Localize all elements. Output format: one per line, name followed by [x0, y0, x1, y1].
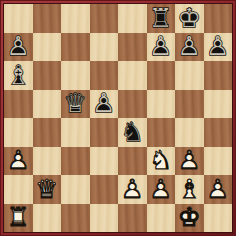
- square-a4[interactable]: [4, 118, 33, 147]
- black-pawn[interactable]: ♟♙: [147, 33, 176, 62]
- square-f7[interactable]: ♟♙: [147, 33, 176, 62]
- square-h5[interactable]: [204, 90, 233, 119]
- square-a3[interactable]: ♟♙: [4, 147, 33, 176]
- square-f1[interactable]: [147, 204, 176, 233]
- piece-outline-glyph: ♙: [4, 33, 33, 62]
- piece-outline-glyph: ♔: [175, 204, 204, 233]
- square-d8[interactable]: [90, 4, 119, 33]
- piece-outline-glyph: ♘: [118, 118, 147, 147]
- square-b8[interactable]: [33, 4, 62, 33]
- square-g4[interactable]: [175, 118, 204, 147]
- chess-board: ♜♖♚♔♟♙♟♙♟♙♟♙♝♗♛♕♟♙♞♘♟♙♞♘♟♙♛♕♟♙♟♙♝♗♟♙♜♖♚♔: [3, 3, 233, 233]
- square-d6[interactable]: [90, 61, 119, 90]
- square-d5[interactable]: ♟♙: [90, 90, 119, 119]
- white-king[interactable]: ♚♔: [175, 204, 204, 233]
- piece-outline-glyph: ♙: [90, 90, 119, 119]
- square-g3[interactable]: ♟♙: [175, 147, 204, 176]
- black-pawn[interactable]: ♟♙: [4, 33, 33, 62]
- square-b4[interactable]: [33, 118, 62, 147]
- square-c8[interactable]: [61, 4, 90, 33]
- square-a5[interactable]: [4, 90, 33, 119]
- square-d4[interactable]: [90, 118, 119, 147]
- square-c2[interactable]: [61, 175, 90, 204]
- black-rook[interactable]: ♜♖: [147, 4, 176, 33]
- square-a6[interactable]: ♝♗: [4, 61, 33, 90]
- square-e8[interactable]: [118, 4, 147, 33]
- piece-outline-glyph: ♖: [147, 4, 176, 33]
- piece-outline-glyph: ♙: [4, 147, 33, 176]
- black-knight[interactable]: ♞♘: [118, 118, 147, 147]
- square-b6[interactable]: [33, 61, 62, 90]
- white-pawn[interactable]: ♟♙: [4, 147, 33, 176]
- piece-outline-glyph: ♗: [175, 175, 204, 204]
- square-f3[interactable]: ♞♘: [147, 147, 176, 176]
- square-a8[interactable]: [4, 4, 33, 33]
- square-f5[interactable]: [147, 90, 176, 119]
- square-c4[interactable]: [61, 118, 90, 147]
- black-queen[interactable]: ♛♕: [61, 90, 90, 119]
- square-g1[interactable]: ♚♔: [175, 204, 204, 233]
- piece-outline-glyph: ♙: [175, 147, 204, 176]
- white-pawn[interactable]: ♟♙: [175, 147, 204, 176]
- square-h1[interactable]: [204, 204, 233, 233]
- piece-outline-glyph: ♕: [33, 175, 62, 204]
- square-c1[interactable]: [61, 204, 90, 233]
- piece-outline-glyph: ♙: [118, 175, 147, 204]
- square-e7[interactable]: [118, 33, 147, 62]
- black-pawn[interactable]: ♟♙: [204, 33, 233, 62]
- white-pawn[interactable]: ♟♙: [204, 175, 233, 204]
- square-e3[interactable]: [118, 147, 147, 176]
- square-h3[interactable]: [204, 147, 233, 176]
- square-g6[interactable]: [175, 61, 204, 90]
- white-pawn[interactable]: ♟♙: [147, 175, 176, 204]
- square-c3[interactable]: [61, 147, 90, 176]
- square-f8[interactable]: ♜♖: [147, 4, 176, 33]
- square-g7[interactable]: ♟♙: [175, 33, 204, 62]
- white-bishop[interactable]: ♝♗: [175, 175, 204, 204]
- square-f2[interactable]: ♟♙: [147, 175, 176, 204]
- square-b1[interactable]: [33, 204, 62, 233]
- black-bishop[interactable]: ♝♗: [4, 61, 33, 90]
- white-pawn[interactable]: ♟♙: [118, 175, 147, 204]
- square-b7[interactable]: [33, 33, 62, 62]
- black-pawn[interactable]: ♟♙: [175, 33, 204, 62]
- square-e1[interactable]: [118, 204, 147, 233]
- piece-outline-glyph: ♙: [175, 33, 204, 62]
- square-b2[interactable]: ♛♕: [33, 175, 62, 204]
- black-king[interactable]: ♚♔: [175, 4, 204, 33]
- piece-outline-glyph: ♗: [4, 61, 33, 90]
- square-h6[interactable]: [204, 61, 233, 90]
- piece-outline-glyph: ♔: [175, 4, 204, 33]
- square-b5[interactable]: [33, 90, 62, 119]
- square-e5[interactable]: [118, 90, 147, 119]
- piece-outline-glyph: ♙: [147, 175, 176, 204]
- square-b3[interactable]: [33, 147, 62, 176]
- square-d3[interactable]: [90, 147, 119, 176]
- white-queen[interactable]: ♛♕: [33, 175, 62, 204]
- square-d7[interactable]: [90, 33, 119, 62]
- board-frame: ♜♖♚♔♟♙♟♙♟♙♟♙♝♗♛♕♟♙♞♘♟♙♞♘♟♙♛♕♟♙♟♙♝♗♟♙♜♖♚♔: [0, 0, 236, 236]
- square-c7[interactable]: [61, 33, 90, 62]
- piece-outline-glyph: ♙: [204, 175, 233, 204]
- piece-outline-glyph: ♙: [147, 33, 176, 62]
- square-g2[interactable]: ♝♗: [175, 175, 204, 204]
- square-g8[interactable]: ♚♔: [175, 4, 204, 33]
- square-h2[interactable]: ♟♙: [204, 175, 233, 204]
- square-h8[interactable]: [204, 4, 233, 33]
- piece-outline-glyph: ♘: [147, 147, 176, 176]
- square-e2[interactable]: ♟♙: [118, 175, 147, 204]
- square-a2[interactable]: [4, 175, 33, 204]
- piece-outline-glyph: ♙: [204, 33, 233, 62]
- square-h4[interactable]: [204, 118, 233, 147]
- square-d2[interactable]: [90, 175, 119, 204]
- square-f4[interactable]: [147, 118, 176, 147]
- square-d1[interactable]: [90, 204, 119, 233]
- square-h7[interactable]: ♟♙: [204, 33, 233, 62]
- square-c6[interactable]: [61, 61, 90, 90]
- square-e6[interactable]: [118, 61, 147, 90]
- square-g5[interactable]: [175, 90, 204, 119]
- square-e4[interactable]: ♞♘: [118, 118, 147, 147]
- square-a7[interactable]: ♟♙: [4, 33, 33, 62]
- white-knight[interactable]: ♞♘: [147, 147, 176, 176]
- piece-outline-glyph: ♖: [4, 204, 33, 233]
- piece-outline-glyph: ♕: [61, 90, 90, 119]
- square-f6[interactable]: [147, 61, 176, 90]
- white-rook[interactable]: ♜♖: [4, 204, 33, 233]
- square-c5[interactable]: ♛♕: [61, 90, 90, 119]
- square-a1[interactable]: ♜♖: [4, 204, 33, 233]
- black-pawn[interactable]: ♟♙: [90, 90, 119, 119]
